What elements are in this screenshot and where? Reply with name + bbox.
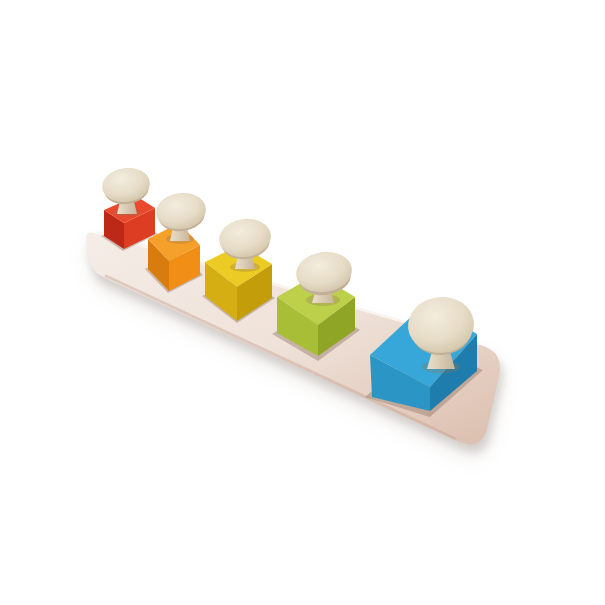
knob-puzzle-product-photo [0, 0, 605, 605]
red-knob-cap [100, 165, 152, 205]
orange-knob-cap [154, 190, 209, 233]
peg-red[interactable] [100, 165, 158, 251]
